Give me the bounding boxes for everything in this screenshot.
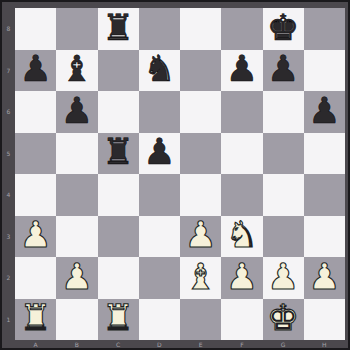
square-f2[interactable]: ♟	[221, 257, 262, 299]
file-label-d: D	[139, 340, 180, 349]
black-knight-d7[interactable]: ♞	[143, 51, 175, 87]
black-bishop-b7[interactable]: ♝	[61, 51, 93, 87]
file-labels: ABCDEFGH	[15, 340, 345, 349]
square-e4[interactable]	[180, 174, 221, 216]
square-b7[interactable]: ♝	[56, 50, 97, 92]
white-bishop-e2[interactable]: ♝	[184, 259, 216, 295]
square-c8[interactable]: ♜	[98, 8, 139, 50]
rank-label-6: 6	[2, 91, 15, 133]
rank-label-3: 3	[2, 216, 15, 258]
square-f1[interactable]	[221, 299, 262, 341]
square-b1[interactable]	[56, 299, 97, 341]
black-pawn-b6[interactable]: ♟	[61, 93, 93, 129]
square-c4[interactable]	[98, 174, 139, 216]
square-e8[interactable]	[180, 8, 221, 50]
square-h2[interactable]: ♟	[304, 257, 345, 299]
file-label-a: A	[15, 340, 56, 349]
square-h8[interactable]	[304, 8, 345, 50]
white-pawn-e3[interactable]: ♟	[184, 217, 216, 253]
square-a8[interactable]	[15, 8, 56, 50]
rank-label-5: 5	[2, 133, 15, 175]
square-d2[interactable]	[139, 257, 180, 299]
square-g1[interactable]: ♚	[263, 299, 304, 341]
square-g3[interactable]	[263, 216, 304, 258]
white-pawn-g2[interactable]: ♟	[267, 259, 299, 295]
rank-label-4: 4	[2, 174, 15, 216]
square-c2[interactable]	[98, 257, 139, 299]
square-c7[interactable]	[98, 50, 139, 92]
square-f4[interactable]	[221, 174, 262, 216]
square-f3[interactable]: ♞	[221, 216, 262, 258]
square-a6[interactable]	[15, 91, 56, 133]
black-rook-c5[interactable]: ♜	[102, 134, 134, 170]
rank-label-8: 8	[2, 8, 15, 50]
white-rook-a1[interactable]: ♜	[19, 300, 51, 336]
square-a5[interactable]	[15, 133, 56, 175]
square-d8[interactable]	[139, 8, 180, 50]
square-h3[interactable]	[304, 216, 345, 258]
square-e3[interactable]: ♟	[180, 216, 221, 258]
black-king-g8[interactable]: ♚	[267, 10, 299, 46]
square-e1[interactable]	[180, 299, 221, 341]
square-e7[interactable]	[180, 50, 221, 92]
square-b2[interactable]: ♟	[56, 257, 97, 299]
square-c6[interactable]	[98, 91, 139, 133]
white-knight-f3[interactable]: ♞	[226, 217, 258, 253]
square-d4[interactable]	[139, 174, 180, 216]
file-label-f: F	[221, 340, 262, 349]
square-b4[interactable]	[56, 174, 97, 216]
black-pawn-f7[interactable]: ♟	[226, 51, 258, 87]
square-a3[interactable]: ♟	[15, 216, 56, 258]
board: ♜♚♟♝♞♟♟♟♟♜♟♟♟♞♟♝♟♟♟♜♜♚	[15, 8, 345, 340]
square-b5[interactable]	[56, 133, 97, 175]
square-f6[interactable]	[221, 91, 262, 133]
file-label-h: H	[304, 340, 345, 349]
chess-board-frame: 87654321 ♜♚♟♝♞♟♟♟♟♜♟♟♟♞♟♝♟♟♟♜♜♚ ABCDEFGH	[0, 0, 350, 350]
rank-label-7: 7	[2, 50, 15, 92]
square-e2[interactable]: ♝	[180, 257, 221, 299]
square-a4[interactable]	[15, 174, 56, 216]
file-label-g: G	[263, 340, 304, 349]
square-h4[interactable]	[304, 174, 345, 216]
black-pawn-g7[interactable]: ♟	[267, 51, 299, 87]
white-rook-c1[interactable]: ♜	[102, 300, 134, 336]
square-b3[interactable]	[56, 216, 97, 258]
square-f5[interactable]	[221, 133, 262, 175]
square-e6[interactable]	[180, 91, 221, 133]
rank-label-2: 2	[2, 257, 15, 299]
square-d1[interactable]	[139, 299, 180, 341]
square-g8[interactable]: ♚	[263, 8, 304, 50]
file-label-c: C	[98, 340, 139, 349]
file-label-e: E	[180, 340, 221, 349]
white-king-g1[interactable]: ♚	[267, 300, 299, 336]
square-d6[interactable]	[139, 91, 180, 133]
square-d5[interactable]: ♟	[139, 133, 180, 175]
square-g4[interactable]	[263, 174, 304, 216]
square-g5[interactable]	[263, 133, 304, 175]
square-f8[interactable]	[221, 8, 262, 50]
black-pawn-a7[interactable]: ♟	[19, 51, 51, 87]
square-h1[interactable]	[304, 299, 345, 341]
white-pawn-a3[interactable]: ♟	[19, 217, 51, 253]
square-h5[interactable]	[304, 133, 345, 175]
square-a2[interactable]	[15, 257, 56, 299]
rank-label-1: 1	[2, 299, 15, 341]
square-b8[interactable]	[56, 8, 97, 50]
square-g7[interactable]: ♟	[263, 50, 304, 92]
square-d7[interactable]: ♞	[139, 50, 180, 92]
file-label-b: B	[56, 340, 97, 349]
black-rook-c8[interactable]: ♜	[102, 10, 134, 46]
rank-labels: 87654321	[2, 8, 15, 340]
black-pawn-h6[interactable]: ♟	[308, 93, 340, 129]
white-pawn-b2[interactable]: ♟	[61, 259, 93, 295]
square-g6[interactable]	[263, 91, 304, 133]
square-b6[interactable]: ♟	[56, 91, 97, 133]
square-c1[interactable]: ♜	[98, 299, 139, 341]
square-a7[interactable]: ♟	[15, 50, 56, 92]
square-c3[interactable]	[98, 216, 139, 258]
square-a1[interactable]: ♜	[15, 299, 56, 341]
square-h6[interactable]: ♟	[304, 91, 345, 133]
square-c5[interactable]: ♜	[98, 133, 139, 175]
square-h7[interactable]	[304, 50, 345, 92]
square-g2[interactable]: ♟	[263, 257, 304, 299]
white-pawn-f2[interactable]: ♟	[226, 259, 258, 295]
square-d3[interactable]	[139, 216, 180, 258]
square-f7[interactable]: ♟	[221, 50, 262, 92]
white-pawn-h2[interactable]: ♟	[308, 259, 340, 295]
square-e5[interactable]	[180, 133, 221, 175]
black-pawn-d5[interactable]: ♟	[143, 134, 175, 170]
